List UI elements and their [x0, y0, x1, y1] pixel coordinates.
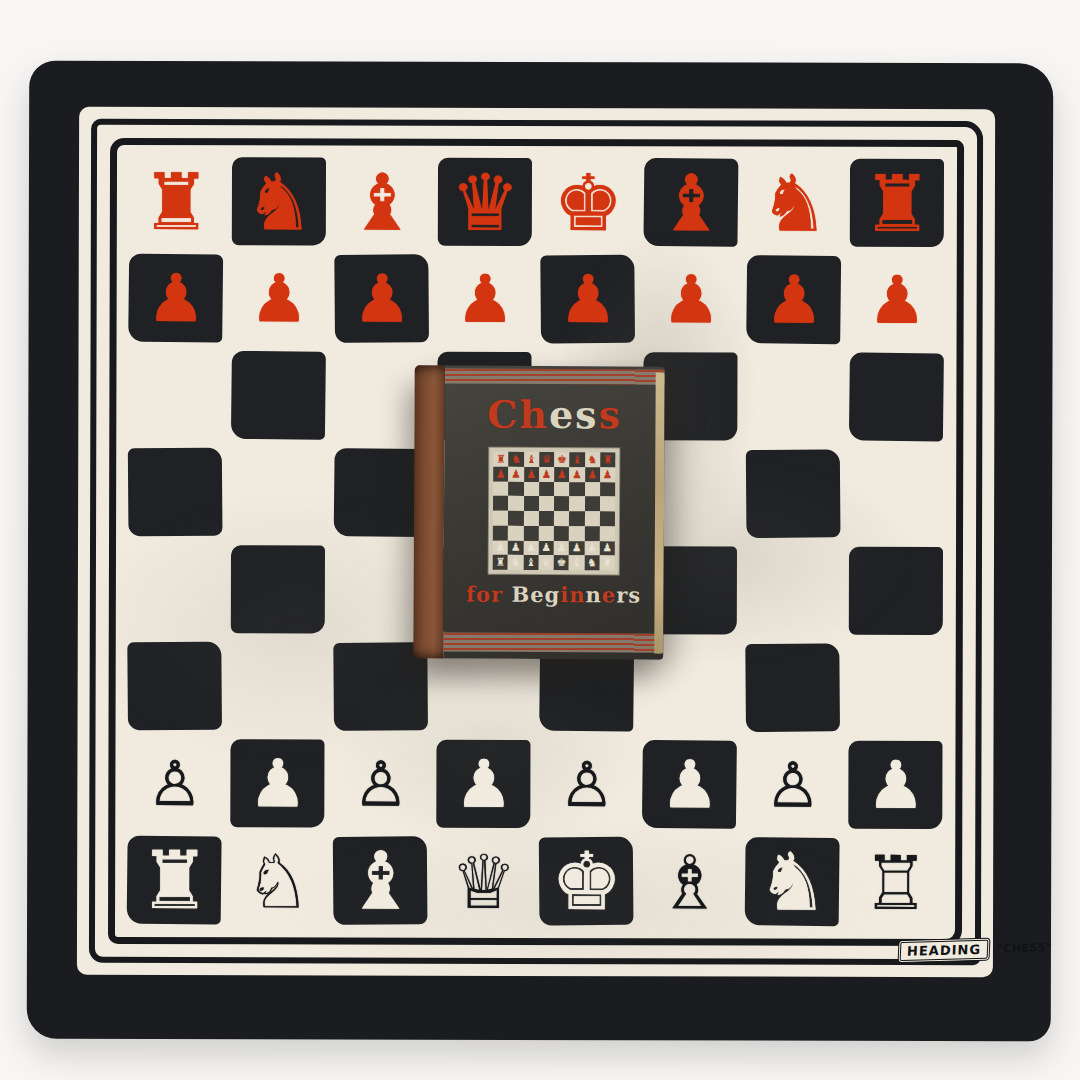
square-b7: ♟ [228, 250, 331, 347]
diagram-red-pawn: ♟ [587, 469, 597, 480]
diagram-square-h5 [600, 497, 615, 512]
diagram-white-pawn: ♟ [587, 543, 597, 554]
diagram-square-f6 [569, 482, 584, 497]
square-b6 [227, 347, 330, 444]
diagram-square-a2: ♟ [493, 540, 508, 555]
square-g7: ♟ [743, 252, 846, 349]
square-c2: ♙ [329, 735, 432, 832]
square-d2: ♟ [432, 736, 535, 833]
diagram-square-e6 [554, 482, 569, 497]
diagram-white-knight: ♞ [511, 557, 521, 568]
square-f2: ♟ [638, 736, 741, 833]
book-cover: Chess ♜♞♝♛♚♝♞♜♟♟♟♟♟♟♟♟♟♟♟♟♟♟♟♟♜♞♝♛♚♝♞♜ f… [443, 366, 665, 660]
square-g3 [742, 640, 845, 737]
brand-stamp: HEADING "CHESS" [898, 936, 1053, 963]
square-e2: ♙ [535, 736, 638, 833]
square-b1: ♘ [226, 832, 329, 929]
diagram-square-f4 [569, 511, 584, 526]
diagram-square-f5 [569, 496, 584, 511]
red-pawn: ♟ [661, 267, 720, 333]
diagram-square-b3 [508, 526, 523, 541]
book-diagram-board: ♜♞♝♛♚♝♞♜♟♟♟♟♟♟♟♟♟♟♟♟♟♟♟♟♜♞♝♛♚♝♞♜ [493, 452, 616, 571]
white-knight: ♘ [244, 844, 311, 918]
diagram-square-g4 [584, 511, 599, 526]
diagram-square-d4 [539, 511, 554, 526]
white-pawn: ♟ [248, 751, 307, 817]
diagram-red-pawn: ♟ [496, 468, 506, 479]
square-h6 [845, 349, 948, 446]
letter: i [560, 582, 569, 607]
book-title: Chess [444, 392, 664, 438]
square-d7: ♟ [434, 251, 537, 348]
diagram-square-e3 [554, 526, 569, 541]
diagram-white-bishop: ♝ [526, 557, 536, 568]
diagram-square-h6 [600, 482, 615, 497]
red-bishop: ♝ [656, 164, 726, 242]
white-queen: ♕ [450, 844, 517, 918]
diagram-red-rook: ♜ [603, 454, 613, 465]
diagram-white-queen: ♛ [541, 557, 551, 568]
square-h1: ♖ [844, 834, 947, 931]
red-pawn: ♟ [455, 266, 514, 332]
white-bishop: ♝ [345, 841, 417, 921]
square-g2: ♙ [741, 737, 844, 834]
square-h3 [845, 640, 948, 737]
diagram-square-f1: ♝ [569, 555, 584, 570]
diagram-square-e4 [554, 511, 569, 526]
diagram-square-c4 [523, 511, 538, 526]
diagram-square-a7: ♟ [493, 467, 508, 482]
diagram-white-pawn: ♟ [556, 542, 566, 553]
letter: h [519, 392, 549, 437]
diagram-square-g2: ♟ [584, 541, 599, 556]
red-pawn: ♟ [558, 267, 617, 333]
diagram-square-a5 [493, 496, 508, 511]
diagram-square-g7: ♟ [585, 467, 600, 482]
diagram-square-h1: ♜ [599, 556, 614, 571]
diagram-white-pawn: ♟ [572, 543, 582, 554]
square-g6 [742, 349, 845, 446]
square-a1: ♜ [123, 832, 226, 929]
diagram-white-pawn: ♟ [495, 542, 505, 553]
white-pawn: ♙ [147, 752, 203, 814]
diagram-red-pawn: ♟ [557, 469, 567, 480]
book-cover-diagram: ♜♞♝♛♚♝♞♜♟♟♟♟♟♟♟♟♟♟♟♟♟♟♟♟♜♞♝♛♚♝♞♜ [489, 448, 620, 575]
diagram-square-c3 [523, 526, 538, 541]
diagram-square-e1: ♚ [554, 555, 569, 570]
diagram-square-b8: ♞ [508, 452, 523, 467]
diagram-red-knight: ♞ [587, 454, 597, 465]
diagram-square-b6 [508, 481, 523, 496]
square-h7: ♟ [846, 252, 949, 349]
diagram-red-knight: ♞ [511, 454, 521, 465]
diagram-square-h2: ♟ [600, 541, 615, 556]
square-b3 [227, 638, 330, 735]
book-subtitle: for Beginners [444, 582, 664, 608]
brand-logo: HEADING [898, 938, 991, 963]
diagram-square-d5 [539, 496, 554, 511]
diagram-square-a4 [493, 511, 508, 526]
square-g4 [742, 543, 845, 640]
square-g1: ♞ [741, 834, 844, 931]
white-knight: ♞ [757, 842, 829, 922]
diagram-square-b1: ♞ [508, 555, 523, 570]
letter: e [549, 392, 575, 437]
square-b4 [227, 541, 330, 638]
square-f7: ♟ [640, 251, 743, 348]
diagram-square-c2: ♟ [523, 540, 538, 555]
red-pawn: ♟ [867, 267, 926, 333]
diagram-square-e8: ♚ [554, 452, 569, 467]
diagram-red-bishop: ♝ [572, 454, 582, 465]
square-f8: ♝ [640, 154, 743, 251]
diagram-square-h3 [600, 526, 615, 541]
red-pawn: ♟ [764, 267, 823, 333]
square-f1: ♗ [638, 833, 741, 930]
diagram-white-pawn: ♟ [541, 542, 551, 553]
letter: r [491, 582, 503, 607]
diagram-square-c8: ♝ [524, 452, 539, 467]
diagram-white-king: ♚ [556, 557, 566, 568]
square-b8: ♞ [228, 153, 331, 250]
diagram-square-b7: ♟ [508, 467, 523, 482]
diagram-square-g6 [585, 482, 600, 497]
diagram-square-d7: ♟ [539, 467, 554, 482]
white-rook: ♜ [139, 840, 211, 920]
diagram-square-h8: ♜ [600, 452, 615, 467]
diagram-square-a3 [493, 526, 508, 541]
diagram-square-h4 [600, 511, 615, 526]
diagram-square-c6 [524, 481, 539, 496]
diagram-square-c7: ♟ [524, 467, 539, 482]
letter: C [487, 392, 519, 437]
diagram-square-d6 [539, 481, 554, 496]
white-pawn: ♙ [559, 754, 615, 816]
diagram-square-d3 [539, 526, 554, 541]
diagram-square-f3 [569, 526, 584, 541]
letter: n [569, 582, 585, 607]
square-h8: ♜ [846, 155, 949, 252]
photo-stage: ♜♞♝♛♚♝♞♜♟♟♟♟♟♟♟♟♙♟♙♟♙♟♙♟♜♘♝♕♚♗♞♖ HEADING… [0, 0, 1080, 1080]
square-a2: ♙ [123, 735, 226, 832]
white-bishop: ♗ [656, 845, 723, 919]
diagram-square-d2: ♟ [539, 540, 554, 555]
letter: g [545, 582, 561, 607]
diagram-square-g8: ♞ [585, 452, 600, 467]
diagram-red-pawn: ♟ [603, 469, 613, 480]
red-rook: ♜ [862, 164, 932, 242]
diagram-white-pawn: ♟ [602, 543, 612, 554]
white-pawn: ♙ [353, 753, 409, 815]
red-pawn: ♟ [146, 265, 205, 331]
diagram-square-c1: ♝ [523, 555, 538, 570]
square-c8: ♝ [331, 153, 434, 250]
diagram-square-f8: ♝ [569, 452, 584, 467]
square-a8: ♜ [125, 153, 228, 250]
square-c7: ♟ [331, 250, 434, 347]
diagram-square-a1: ♜ [493, 555, 508, 570]
square-h5 [845, 446, 948, 543]
white-rook: ♖ [862, 845, 929, 919]
diagram-red-pawn: ♟ [542, 469, 552, 480]
letter: B [511, 582, 530, 607]
red-rook: ♜ [141, 162, 211, 240]
square-h2: ♟ [844, 737, 947, 834]
diagram-white-pawn: ♟ [526, 542, 536, 553]
red-knight: ♞ [244, 163, 314, 241]
cover-top-stripes [445, 369, 665, 385]
diagram-square-d8: ♛ [539, 452, 554, 467]
letter: f [466, 582, 476, 607]
letter: o [476, 582, 491, 607]
letter [503, 582, 511, 607]
diagram-square-c5 [524, 496, 539, 511]
diagram-square-a8: ♜ [493, 452, 508, 467]
diagram-square-g3 [584, 526, 599, 541]
red-pawn: ♟ [352, 266, 411, 332]
square-b2: ♟ [226, 735, 329, 832]
letter: e [530, 582, 545, 607]
diagram-square-h7: ♟ [600, 467, 615, 482]
square-g8: ♞ [743, 155, 846, 252]
square-e7: ♟ [537, 251, 640, 348]
diagram-red-king: ♚ [557, 454, 567, 465]
diagram-square-b4 [508, 511, 523, 526]
red-bishop: ♝ [347, 163, 417, 241]
diagram-square-e5 [554, 496, 569, 511]
square-d8: ♛ [434, 154, 537, 251]
red-king: ♚ [553, 164, 623, 242]
square-e1: ♚ [535, 833, 638, 930]
diagram-square-d1: ♛ [538, 555, 553, 570]
letter: s [575, 392, 599, 437]
diagram-white-rook: ♜ [495, 557, 505, 568]
diagram-square-e2: ♟ [554, 541, 569, 556]
diagram-red-queen: ♛ [542, 454, 552, 465]
letter: s [598, 392, 622, 437]
red-queen: ♛ [450, 163, 520, 241]
diagram-square-b2: ♟ [508, 540, 523, 555]
book-spine [413, 365, 445, 658]
white-pawn: ♙ [765, 754, 821, 816]
square-e8: ♚ [537, 154, 640, 251]
cover-bottom-stripes [443, 633, 663, 653]
diagram-red-pawn: ♟ [511, 468, 521, 479]
square-a7: ♟ [125, 250, 228, 347]
square-d1: ♕ [432, 833, 535, 930]
square-b5 [227, 444, 330, 541]
chess-book: Chess ♜♞♝♛♚♝♞♜♟♟♟♟♟♟♟♟♟♟♟♟♟♟♟♟♜♞♝♛♚♝♞♜ f… [413, 365, 665, 659]
diagram-red-pawn: ♟ [572, 469, 582, 480]
white-pawn: ♟ [454, 751, 513, 817]
square-g5 [742, 446, 845, 543]
square-a6 [124, 347, 227, 444]
letter: s [628, 582, 641, 607]
letter: n [585, 582, 601, 607]
white-king: ♚ [551, 842, 623, 922]
red-knight: ♞ [759, 164, 829, 242]
red-pawn: ♟ [249, 266, 308, 332]
letter: r [616, 582, 628, 607]
diagram-red-rook: ♜ [496, 454, 506, 465]
diagram-red-bishop: ♝ [526, 454, 536, 465]
diagram-square-e7: ♟ [554, 467, 569, 482]
square-h4 [845, 543, 948, 640]
diagram-square-b5 [508, 496, 523, 511]
diagram-square-g5 [585, 496, 600, 511]
letter: e [602, 582, 617, 607]
diagram-square-f2: ♟ [569, 541, 584, 556]
diagram-white-knight: ♞ [587, 557, 597, 568]
square-c1: ♝ [329, 832, 432, 929]
diagram-red-pawn: ♟ [526, 469, 536, 480]
diagram-white-pawn: ♟ [511, 542, 521, 553]
diagram-square-f7: ♟ [569, 467, 584, 482]
square-a3 [124, 638, 227, 735]
book-page-edges [654, 373, 664, 654]
white-pawn: ♟ [866, 752, 925, 818]
square-a5 [124, 444, 227, 541]
diagram-white-bishop: ♝ [572, 557, 582, 568]
diagram-square-g1: ♞ [584, 555, 599, 570]
brand-tagline: "CHESS" [997, 941, 1052, 955]
white-pawn: ♟ [660, 752, 719, 818]
diagram-white-rook: ♜ [602, 557, 612, 568]
diagram-square-a6 [493, 481, 508, 496]
square-a4 [124, 541, 227, 638]
